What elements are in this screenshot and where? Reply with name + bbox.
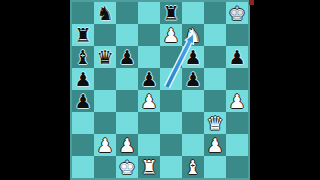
square-a2[interactable] (72, 134, 94, 156)
square-b6[interactable]: ♛ (94, 46, 116, 68)
square-a1[interactable] (72, 156, 94, 178)
piece-black-pawn-f6[interactable]: ♟ (182, 46, 204, 68)
square-e7[interactable]: ♟ (160, 24, 182, 46)
square-e4[interactable] (160, 90, 182, 112)
square-e1[interactable] (160, 156, 182, 178)
piece-white-knight-f7[interactable]: ♞ (182, 24, 204, 46)
square-f5[interactable]: ♟ (182, 68, 204, 90)
square-h3[interactable] (226, 112, 248, 134)
square-g6[interactable] (204, 46, 226, 68)
square-g4[interactable] (204, 90, 226, 112)
square-h8[interactable]: ♚ (226, 2, 248, 24)
square-c2[interactable]: ♟ (116, 134, 138, 156)
piece-black-bishop-a6[interactable]: ♝ (72, 46, 94, 68)
square-a3[interactable] (72, 112, 94, 134)
piece-white-pawn-c2[interactable]: ♟ (116, 134, 138, 156)
square-b5[interactable] (94, 68, 116, 90)
red-corner-marker (249, 0, 254, 5)
square-d3[interactable] (138, 112, 160, 134)
piece-white-bishop-f1[interactable]: ♝ (182, 156, 204, 178)
square-c1[interactable]: ♚ (116, 156, 138, 178)
piece-black-pawn-h6[interactable]: ♟ (226, 46, 248, 68)
square-b3[interactable] (94, 112, 116, 134)
board-grid: ♞♜♚♜♟♞♝♛♟♟♟♟♟♟♟♟♟♛♟♟♟♚♜♝ (72, 2, 248, 178)
square-f7[interactable]: ♞ (182, 24, 204, 46)
square-g5[interactable] (204, 68, 226, 90)
square-d4[interactable]: ♟ (138, 90, 160, 112)
chess-board: ♞♜♚♜♟♞♝♛♟♟♟♟♟♟♟♟♟♛♟♟♟♚♜♝ (70, 0, 250, 180)
square-c3[interactable] (116, 112, 138, 134)
square-g2[interactable]: ♟ (204, 134, 226, 156)
square-d2[interactable] (138, 134, 160, 156)
square-h4[interactable]: ♟ (226, 90, 248, 112)
square-c4[interactable] (116, 90, 138, 112)
piece-black-pawn-a4[interactable]: ♟ (72, 90, 94, 112)
square-b4[interactable] (94, 90, 116, 112)
piece-white-pawn-g2[interactable]: ♟ (204, 134, 226, 156)
square-d1[interactable]: ♜ (138, 156, 160, 178)
square-h1[interactable] (226, 156, 248, 178)
square-e2[interactable] (160, 134, 182, 156)
piece-white-queen-g3[interactable]: ♛ (204, 112, 226, 134)
square-c5[interactable] (116, 68, 138, 90)
square-g3[interactable]: ♛ (204, 112, 226, 134)
square-f2[interactable] (182, 134, 204, 156)
piece-white-pawn-b2[interactable]: ♟ (94, 134, 116, 156)
square-e6[interactable] (160, 46, 182, 68)
piece-black-knight-b8[interactable]: ♞ (94, 2, 116, 24)
square-f3[interactable] (182, 112, 204, 134)
square-e3[interactable] (160, 112, 182, 134)
square-a7[interactable]: ♜ (72, 24, 94, 46)
square-c7[interactable] (116, 24, 138, 46)
piece-black-king-h8[interactable]: ♚ (226, 2, 248, 24)
square-d7[interactable] (138, 24, 160, 46)
piece-white-rook-d1[interactable]: ♜ (138, 156, 160, 178)
square-f1[interactable]: ♝ (182, 156, 204, 178)
square-g1[interactable] (204, 156, 226, 178)
piece-white-pawn-e7[interactable]: ♟ (160, 24, 182, 46)
square-f6[interactable]: ♟ (182, 46, 204, 68)
square-b2[interactable]: ♟ (94, 134, 116, 156)
piece-black-pawn-d5[interactable]: ♟ (138, 68, 160, 90)
piece-black-queen-b6[interactable]: ♛ (94, 46, 116, 68)
square-a6[interactable]: ♝ (72, 46, 94, 68)
square-c8[interactable] (116, 2, 138, 24)
square-a8[interactable] (72, 2, 94, 24)
square-h6[interactable]: ♟ (226, 46, 248, 68)
square-d8[interactable] (138, 2, 160, 24)
piece-black-pawn-a5[interactable]: ♟ (72, 68, 94, 90)
square-h2[interactable] (226, 134, 248, 156)
square-e8[interactable]: ♜ (160, 2, 182, 24)
piece-white-pawn-h4[interactable]: ♟ (226, 90, 248, 112)
square-g7[interactable] (204, 24, 226, 46)
piece-white-pawn-d4[interactable]: ♟ (138, 90, 160, 112)
square-f8[interactable] (182, 2, 204, 24)
square-e5[interactable] (160, 68, 182, 90)
square-h7[interactable] (226, 24, 248, 46)
piece-black-pawn-c6[interactable]: ♟ (116, 46, 138, 68)
square-a5[interactable]: ♟ (72, 68, 94, 90)
square-h5[interactable] (226, 68, 248, 90)
piece-black-pawn-f5[interactable]: ♟ (182, 68, 204, 90)
square-a4[interactable]: ♟ (72, 90, 94, 112)
square-b1[interactable] (94, 156, 116, 178)
piece-black-rook-a7[interactable]: ♜ (72, 24, 94, 46)
square-f4[interactable] (182, 90, 204, 112)
square-b8[interactable]: ♞ (94, 2, 116, 24)
square-g8[interactable] (204, 2, 226, 24)
square-b7[interactable] (94, 24, 116, 46)
piece-white-king-c1[interactable]: ♚ (116, 156, 138, 178)
piece-black-rook-e8[interactable]: ♜ (160, 2, 182, 24)
square-d6[interactable] (138, 46, 160, 68)
square-c6[interactable]: ♟ (116, 46, 138, 68)
square-d5[interactable]: ♟ (138, 68, 160, 90)
